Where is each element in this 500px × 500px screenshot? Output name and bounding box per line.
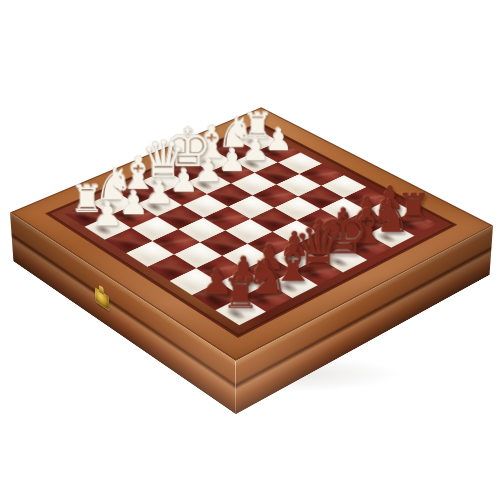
chess-case: ♜♟♟♜♞♟♟♞♝♟♟♝♚♟♟♚♛♟♟♛♝♟♟♝♞♟♟♞♜♟♟♜ xyxy=(10,107,493,361)
square-a2[interactable]: ♟ xyxy=(84,215,131,240)
product-photo-scene: ♜♟♟♜♞♟♟♞♝♟♟♝♚♟♟♚♛♟♟♛♝♟♟♝♞♟♟♞♜♟♟♜ xyxy=(0,0,500,500)
red-rook[interactable]: ♜ xyxy=(203,273,279,314)
brass-latch-icon xyxy=(95,287,110,311)
white-pawn[interactable]: ♟ xyxy=(73,197,144,230)
square-a8[interactable]: ♜ xyxy=(215,297,266,326)
case-top-frame: ♜♟♟♜♞♟♟♞♝♟♟♝♚♟♟♚♛♟♟♛♝♟♟♝♞♟♟♞♜♟♟♜ xyxy=(10,107,493,361)
